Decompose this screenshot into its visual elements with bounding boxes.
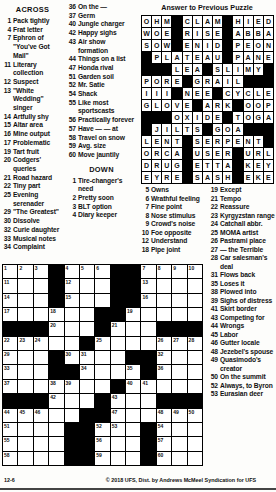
puzzle-cell[interactable] — [126, 322, 140, 335]
puzzle-cell[interactable]: 43 — [111, 394, 125, 407]
puzzle-cell[interactable] — [95, 365, 109, 378]
cell-number: 5 — [81, 265, 84, 271]
answer-letter-cell: L — [172, 124, 181, 135]
puzzle-cell[interactable]: 8 — [157, 265, 171, 278]
clue-text: Sighs of distress — [220, 297, 276, 306]
clue-item: 54Shack — [66, 90, 137, 99]
cell-number: 11 — [4, 279, 9, 285]
answer-letter-cell: U — [213, 52, 222, 63]
puzzle-cell[interactable]: 60 — [157, 452, 171, 465]
clue-number: 21 — [1, 174, 13, 183]
puzzle-cell[interactable]: 46 — [34, 409, 48, 422]
puzzle-cell[interactable] — [188, 351, 202, 364]
puzzle-cell[interactable] — [49, 409, 63, 422]
cell-number: 26 — [158, 337, 164, 343]
puzzle-cell[interactable] — [80, 308, 94, 321]
answer-letter-cell: P — [223, 136, 232, 147]
clue-text: Understand — [151, 237, 207, 246]
answer-letter-cell: E — [172, 76, 181, 87]
puzzle-cell[interactable] — [157, 380, 171, 393]
clue-text: BLT option — [78, 203, 137, 212]
puzzle-cell[interactable]: 40 — [126, 380, 140, 393]
puzzle-cell[interactable] — [18, 423, 32, 436]
answer-letter-cell: G — [142, 100, 151, 111]
answer-letter-cell: I — [193, 28, 202, 39]
puzzle-cell[interactable]: 5 — [80, 265, 94, 278]
clue-item: 7Fine point — [139, 203, 207, 212]
cell-number: 3 — [35, 265, 38, 271]
puzzle-cell[interactable] — [49, 452, 63, 465]
clue-number: 55 — [66, 99, 78, 116]
puzzle-black-cell — [111, 294, 125, 307]
clue-text: Eurasian deer — [220, 390, 276, 399]
puzzle-black-cell — [34, 394, 48, 407]
puzzle-cell[interactable] — [188, 279, 202, 292]
puzzle-cell[interactable] — [172, 351, 186, 364]
clue-number: 29 — [1, 208, 13, 217]
answer-letter-cell: E — [152, 136, 161, 147]
answer-letter-cell: A — [264, 28, 273, 39]
clue-item: 23Kyrgyzstan range — [208, 212, 276, 221]
cell-number: 12 — [66, 279, 72, 285]
answer-letter-cell: A — [223, 160, 232, 171]
puzzle-cell[interactable]: 23 — [18, 337, 32, 350]
answer-letter-cell: R — [213, 136, 222, 147]
puzzle-cell[interactable] — [18, 308, 32, 321]
clue-number: 58 — [66, 134, 78, 143]
puzzle-cell[interactable] — [65, 394, 79, 407]
cell-number: 18 — [50, 308, 56, 314]
puzzle-cell[interactable] — [126, 423, 140, 436]
puzzle-cell[interactable] — [172, 437, 186, 450]
puzzle-cell[interactable] — [141, 322, 155, 335]
clue-text: Dissolve — [13, 217, 64, 226]
puzzle-cell[interactable]: 26 — [157, 337, 171, 350]
clue-item: 28Car salesman's deal — [208, 254, 276, 271]
answer-letter-cell: I — [152, 88, 161, 99]
answer-letter-cell: Y — [233, 88, 242, 99]
puzzle-cell[interactable]: 12 — [65, 279, 79, 292]
puzzle-cell[interactable]: 55 — [3, 437, 17, 450]
puzzle-black-cell — [65, 437, 79, 450]
puzzle-cell[interactable] — [49, 423, 63, 436]
puzzle-cell[interactable] — [172, 365, 186, 378]
puzzle-cell[interactable] — [188, 294, 202, 307]
answer-letter-cell: L — [152, 100, 161, 111]
clue-number: 52 — [66, 81, 78, 90]
cell-number: 46 — [35, 409, 41, 415]
answer-letter-cell: R — [152, 148, 161, 159]
clue-item: 4Diary keeper — [66, 211, 137, 220]
clue-text: Problematic — [13, 139, 64, 148]
across-clue-list: 1Pack tightly4Frat letter7Ephron of "You… — [1, 17, 64, 252]
cell-number: 45 — [19, 409, 25, 415]
cell-number: 6 — [96, 265, 99, 271]
answer-black-cell — [172, 88, 181, 99]
puzzle-cell[interactable] — [188, 452, 202, 465]
answer-letter-cell: O — [244, 112, 253, 123]
clue-item: 58Travel on snow — [66, 134, 137, 143]
answer-letter-cell: O — [162, 100, 171, 111]
puzzle-cell[interactable]: 52 — [95, 423, 109, 436]
puzzle-cell[interactable]: 18 — [49, 308, 63, 321]
answer-letter-cell: T — [254, 136, 263, 147]
puzzle-cell[interactable]: 36 — [157, 365, 171, 378]
puzzle-cell[interactable]: 47 — [111, 409, 125, 422]
answer-black-cell — [264, 64, 273, 75]
puzzle-cell[interactable] — [18, 365, 32, 378]
answer-letter-cell: T — [203, 160, 212, 171]
answer-letter-cell: P — [152, 52, 161, 63]
puzzle-cell[interactable] — [141, 394, 155, 407]
clue-item: 21Tempo — [208, 195, 276, 204]
answer-letter-cell: D — [264, 16, 273, 27]
puzzle-cell[interactable] — [65, 308, 79, 321]
puzzle-cell[interactable]: 34 — [80, 365, 94, 378]
cell-number: 19 — [127, 308, 133, 314]
clue-item: 60Move jauntily — [66, 151, 137, 160]
puzzle-cell[interactable] — [80, 279, 94, 292]
puzzle-cell[interactable] — [18, 279, 32, 292]
answer-letter-cell: E — [264, 88, 273, 99]
clue-item: 38Plowed into — [208, 288, 276, 297]
cell-number: 29 — [4, 351, 10, 357]
clue-text: Mine output — [13, 130, 64, 139]
puzzle-cell[interactable] — [18, 294, 32, 307]
clue-item: 21Road hazard — [1, 174, 64, 183]
clue-item: 24Catchall abbr. — [208, 220, 276, 229]
clue-number: 4 — [66, 211, 78, 220]
puzzle-cell[interactable]: 50 — [188, 409, 202, 422]
answer-letter-cell: E — [233, 136, 242, 147]
answer-letter-cell: A — [233, 124, 242, 135]
answer-letter-cell: I — [244, 16, 253, 27]
cell-number: 44 — [4, 409, 10, 415]
puzzle-cell[interactable] — [126, 394, 140, 407]
puzzle-cell[interactable] — [172, 452, 186, 465]
puzzle-cell[interactable]: 30 — [65, 351, 79, 364]
puzzle-cell[interactable] — [141, 308, 155, 321]
clue-text: Wrongs — [220, 322, 276, 331]
puzzle-cell[interactable]: 14 — [3, 294, 17, 307]
answer-letter-cell: W — [162, 40, 171, 51]
puzzle-cell[interactable] — [65, 337, 79, 350]
puzzle-cell[interactable] — [141, 337, 155, 350]
puzzle-cell[interactable]: 51 — [3, 423, 17, 436]
puzzle-cell[interactable]: 13 — [141, 279, 155, 292]
puzzle-black-cell — [65, 452, 79, 465]
clue-item: 57Have — — at — [66, 125, 137, 134]
answer-letter-cell: E — [254, 16, 263, 27]
puzzle-cell[interactable] — [111, 351, 125, 364]
puzzle-cell[interactable] — [34, 351, 48, 364]
puzzle-cell[interactable]: 11 — [3, 279, 17, 292]
answer-letter-cell: L — [162, 52, 171, 63]
answer-letter-cell: P — [142, 76, 151, 87]
answer-letter-cell: S — [193, 124, 202, 135]
clue-text: Mr. Satie — [78, 81, 137, 90]
puzzle-cell[interactable]: 57 — [157, 437, 171, 450]
puzzle-black-cell — [188, 322, 202, 335]
puzzle-cell[interactable]: 45 — [18, 409, 32, 422]
puzzle-cell[interactable] — [49, 337, 63, 350]
answer-letter-cell: Y — [264, 160, 273, 171]
puzzle-cell[interactable]: 38 — [49, 380, 63, 393]
clue-item: 34Complaint — [1, 243, 64, 252]
answer-letter-cell: I — [162, 88, 171, 99]
down-clue-list: 1Tire-changer's need2Pretty soon3BLT opt… — [66, 177, 137, 221]
clue-number: 7 — [139, 203, 151, 212]
puzzle-cell[interactable] — [34, 380, 48, 393]
puzzle-cell[interactable]: 9 — [172, 265, 186, 278]
clue-number: 1 — [1, 17, 13, 26]
puzzle-cell[interactable]: 49 — [172, 409, 186, 422]
answer-black-cell — [172, 28, 181, 39]
answer-letter-cell: X — [183, 112, 192, 123]
cell-number: 2 — [19, 265, 22, 271]
cell-number: 54 — [158, 423, 164, 429]
cell-number: 48 — [158, 409, 164, 415]
answer-black-cell — [254, 76, 263, 87]
puzzle-cell[interactable] — [34, 452, 48, 465]
clue-number: 2 — [66, 194, 78, 203]
clue-number: 48 — [208, 348, 220, 357]
puzzle-cell[interactable] — [18, 380, 32, 393]
answer-letter-cell: O — [254, 100, 263, 111]
clue-number: 49 — [208, 356, 220, 373]
puzzle-cell[interactable]: 3 — [34, 265, 48, 278]
down-clue-column-3: 19Except21Tempo22Reassure23Kyrgyzstan ra… — [208, 186, 276, 399]
puzzle-cell[interactable]: 54 — [157, 423, 171, 436]
puzzle-cell[interactable]: 29 — [3, 351, 17, 364]
puzzle-cell[interactable] — [95, 351, 109, 364]
puzzle-cell[interactable] — [80, 294, 94, 307]
puzzle-cell[interactable]: 48 — [157, 409, 171, 422]
puzzle-cell[interactable] — [65, 409, 79, 422]
puzzle-cell[interactable]: 10 — [188, 265, 202, 278]
clue-number: 8 — [139, 212, 151, 221]
clue-item: 12Understand — [139, 237, 207, 246]
answer-letter-cell: E — [254, 160, 263, 171]
answer-letter-cell: L — [193, 16, 202, 27]
puzzle-cell[interactable]: 58 — [3, 452, 17, 465]
puzzle-cell[interactable] — [80, 322, 94, 335]
puzzle-cell[interactable] — [188, 380, 202, 393]
puzzle-cell[interactable] — [80, 394, 94, 407]
answer-black-cell — [223, 112, 232, 123]
puzzle-black-cell — [172, 394, 186, 407]
puzzle-cell[interactable]: 22 — [3, 337, 17, 350]
puzzle-black-cell — [49, 265, 63, 278]
puzzle-cell[interactable]: 15 — [65, 294, 79, 307]
puzzle-cell[interactable] — [111, 437, 125, 450]
answer-black-cell — [203, 64, 212, 75]
cell-number: 14 — [4, 294, 10, 300]
puzzle-cell[interactable]: 37 — [3, 380, 17, 393]
answer-letter-cell: R — [162, 172, 171, 183]
puzzle-cell[interactable] — [80, 380, 94, 393]
puzzle-cell[interactable] — [18, 452, 32, 465]
puzzle-cell[interactable] — [111, 337, 125, 350]
puzzle-cell[interactable] — [34, 365, 48, 378]
cell-number: 38 — [50, 380, 56, 386]
puzzle-cell[interactable] — [188, 365, 202, 378]
puzzle-cell[interactable] — [157, 294, 171, 307]
puzzle-cell[interactable]: 42 — [49, 394, 63, 407]
answer-black-cell — [264, 76, 273, 87]
puzzle-cell[interactable]: 1 — [3, 265, 17, 278]
answer-black-cell — [233, 160, 242, 171]
answer-letter-cell: W — [142, 28, 151, 39]
clue-text: Gutter locale — [220, 339, 276, 348]
answer-letter-cell: T — [233, 112, 242, 123]
puzzle-cell[interactable]: 7 — [141, 265, 155, 278]
clue-text: Diary keeper — [78, 211, 137, 220]
clue-number: 51 — [66, 73, 78, 82]
puzzle-cell[interactable] — [172, 380, 186, 393]
puzzle-cell[interactable]: 6 — [95, 265, 109, 278]
puzzle-cell[interactable] — [126, 437, 140, 450]
clue-number: 40 — [66, 20, 78, 29]
clue-number: 25 — [1, 191, 13, 208]
answer-letter-cell: K — [244, 160, 253, 171]
clue-item: 25MOMA artist — [208, 229, 276, 238]
answer-letter-cell: L — [264, 148, 273, 159]
clue-item: 6Wrathful feeling — [139, 195, 207, 204]
clue-number: 10 — [139, 229, 151, 238]
puzzle-cell[interactable] — [126, 452, 140, 465]
clue-item: 4Frat letter — [1, 26, 64, 35]
puzzle-cell[interactable]: 25 — [95, 337, 109, 350]
puzzle-cell[interactable]: 59 — [95, 452, 109, 465]
page-footer: 12-6 © 2018 UFS, Dist. by Andrews McMeel… — [0, 475, 276, 487]
puzzle-cell[interactable] — [172, 308, 186, 321]
down-header: DOWN — [66, 165, 137, 174]
clue-text: Nose stimulus — [151, 212, 207, 221]
puzzle-cell[interactable]: 56 — [95, 437, 109, 450]
clue-number: 36 — [66, 3, 78, 12]
puzzle-cell[interactable] — [188, 423, 202, 436]
clue-text: Road hazard — [13, 174, 64, 183]
puzzle-cell[interactable]: 32 — [157, 351, 171, 364]
puzzle-cell[interactable]: 24 — [34, 337, 48, 350]
puzzle-cell[interactable]: 20 — [49, 322, 63, 335]
answer-black-cell — [172, 16, 181, 27]
puzzle-black-cell — [80, 337, 94, 350]
clue-number: 28 — [208, 254, 220, 271]
puzzle-cell[interactable] — [188, 308, 202, 321]
puzzle-cell[interactable] — [157, 279, 171, 292]
puzzle-cell[interactable]: 53 — [111, 423, 125, 436]
answer-letter-cell: Y — [254, 64, 263, 75]
puzzle-cell[interactable]: 16 — [141, 294, 155, 307]
answer-letter-cell: M — [244, 64, 253, 75]
puzzle-cell[interactable] — [34, 423, 48, 436]
puzzle-cell[interactable]: 39 — [65, 380, 79, 393]
puzzle-cell[interactable] — [34, 279, 48, 292]
clue-text: Pretty soon — [78, 194, 137, 203]
puzzle-cell[interactable]: 4 — [65, 265, 79, 278]
puzzle-cell[interactable]: 44 — [3, 409, 17, 422]
puzzle-cell[interactable]: 17 — [3, 308, 17, 321]
clue-item: 13"White Wedding" singer — [1, 87, 64, 113]
puzzle-cell[interactable] — [49, 437, 63, 450]
puzzle-cell[interactable]: 28 — [188, 337, 202, 350]
cell-number: 60 — [158, 452, 164, 458]
clue-text: Skirt border — [220, 305, 276, 314]
clue-item: 47Honda rival — [66, 64, 137, 73]
answer-letter-cell: E — [183, 100, 192, 111]
answer-letter-cell: O — [244, 100, 253, 111]
answer-section: Answer to Previous Puzzle OHMCLAMHIEDWOE… — [138, 3, 276, 184]
puzzle-black-cell — [49, 279, 63, 292]
puzzle-cell[interactable] — [172, 423, 186, 436]
puzzle-cell[interactable]: 21 — [111, 322, 125, 335]
puzzle-cell[interactable] — [111, 365, 125, 378]
puzzle-cell[interactable] — [126, 409, 140, 422]
puzzle-cell[interactable] — [34, 308, 48, 321]
puzzle-cell[interactable] — [157, 308, 171, 321]
puzzle-black-cell — [157, 322, 171, 335]
cell-number: 7 — [142, 265, 145, 271]
puzzle-cell[interactable]: 31 — [80, 351, 94, 364]
cell-number: 9 — [173, 265, 176, 271]
puzzle-black-cell — [3, 394, 17, 407]
puzzle-cell[interactable] — [34, 294, 48, 307]
puzzle-cell[interactable]: 19 — [126, 308, 140, 321]
answer-letter-cell: I — [193, 112, 202, 123]
puzzle-cell[interactable] — [34, 437, 48, 450]
puzzle-cell[interactable] — [65, 322, 79, 335]
puzzle-cell[interactable] — [95, 279, 109, 292]
answer-letter-cell: B — [254, 28, 263, 39]
puzzle-cell[interactable] — [141, 409, 155, 422]
clue-item: 7Ephron of "You've Got Mail" — [1, 34, 64, 60]
puzzle-cell[interactable] — [18, 437, 32, 450]
clue-text: Practically forever — [78, 116, 137, 125]
puzzle-cell[interactable] — [95, 380, 109, 393]
puzzle-cell[interactable] — [126, 337, 140, 350]
clue-item: 36On the — — [66, 3, 137, 12]
answer-black-cell — [223, 52, 232, 63]
puzzle-cell[interactable]: 35 — [126, 365, 140, 378]
answer-black-cell — [233, 172, 242, 183]
puzzle-cell[interactable] — [95, 294, 109, 307]
puzzle-cell[interactable]: 33 — [3, 365, 17, 378]
puzzle-cell[interactable] — [18, 351, 32, 364]
answer-black-cell — [142, 64, 151, 75]
clue-item: 51Garden soil — [66, 73, 137, 82]
answer-black-cell — [223, 40, 232, 51]
clue-item: 8Nose stimulus — [139, 212, 207, 221]
puzzle-cell[interactable]: 27 — [172, 337, 186, 350]
puzzle-cell[interactable]: 2 — [18, 265, 32, 278]
puzzle-cell[interactable] — [188, 437, 202, 450]
puzzle-cell[interactable] — [172, 279, 186, 292]
answer-letter-cell: L — [254, 88, 263, 99]
answer-black-cell — [183, 136, 192, 147]
answer-letter-cell: A — [233, 28, 242, 39]
clue-item: 1Tire-changer's need — [66, 177, 137, 194]
clue-number: 60 — [66, 151, 78, 160]
puzzle-cell[interactable]: 41 — [141, 380, 155, 393]
puzzle-black-cell — [80, 409, 94, 422]
puzzle-cell[interactable] — [172, 294, 186, 307]
puzzle-cell[interactable] — [111, 452, 125, 465]
answer-black-cell — [254, 124, 263, 135]
clue-number: 50 — [208, 373, 220, 382]
answer-letter-cell: I — [142, 88, 151, 99]
